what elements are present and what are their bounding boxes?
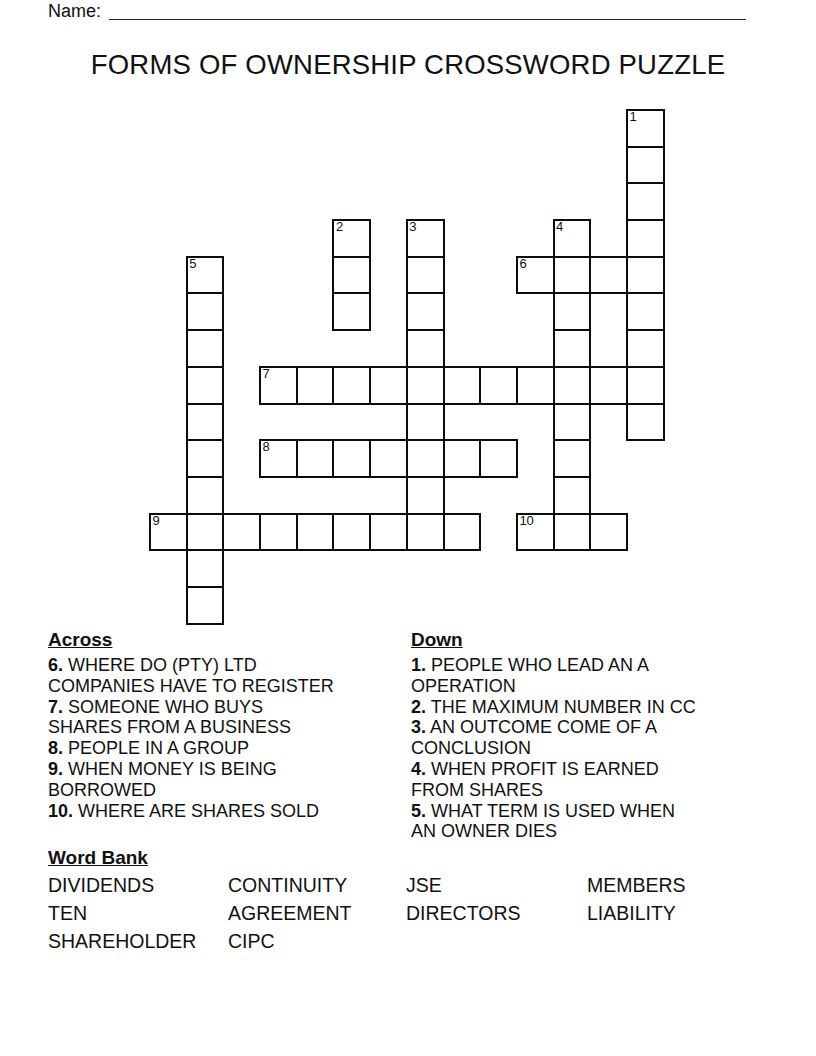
name-row: Name:: [48, 2, 746, 20]
clue-item: 3. AN OUTCOME COME OF A CONCLUSION: [411, 717, 811, 759]
grid-cell[interactable]: [627, 220, 664, 257]
crossword-grid: 12345678910: [150, 110, 664, 624]
grid-cell[interactable]: [187, 330, 224, 367]
word-bank-word: LIABILITY: [587, 904, 768, 924]
clue-item-number: 1.: [411, 655, 426, 675]
grid-cell[interactable]: [260, 514, 297, 551]
grid-cell[interactable]: [407, 257, 444, 294]
grid-cell[interactable]: [187, 293, 224, 330]
word-bank-list: DIVIDENDSCONTINUITYJSEMEMBERSTENAGREEMEN…: [48, 876, 778, 952]
down-clues-section: Down 1. PEOPLE WHO LEAD AN A OPERATION2.…: [411, 629, 811, 842]
grid-cell[interactable]: 1: [627, 110, 664, 147]
grid-cell[interactable]: [554, 440, 591, 477]
name-label: Name:: [48, 2, 101, 20]
grid-cell[interactable]: [407, 404, 444, 441]
clue-item-number: 8.: [48, 738, 63, 758]
clue-item: 7. SOMEONE WHO BUYS SHARES FROM A BUSINE…: [48, 697, 408, 739]
clue-item-number: 5.: [411, 801, 426, 821]
grid-cell[interactable]: 7: [260, 367, 297, 404]
clue-item: 10. WHERE ARE SHARES SOLD: [48, 801, 408, 822]
clue-item: 5. WHAT TERM IS USED WHEN AN OWNER DIES: [411, 801, 811, 843]
grid-cell[interactable]: [627, 404, 664, 441]
grid-cell[interactable]: [407, 477, 444, 514]
grid-cell[interactable]: [590, 514, 627, 551]
grid-cell[interactable]: [407, 367, 444, 404]
grid-cell[interactable]: [333, 514, 370, 551]
grid-cell[interactable]: [187, 550, 224, 587]
grid-cell[interactable]: [627, 257, 664, 294]
across-clues-section: Across 6. WHERE DO (PTY) LTD COMPANIES H…: [48, 629, 408, 821]
grid-cell[interactable]: [297, 367, 334, 404]
clue-item-number: 9.: [48, 759, 63, 779]
grid-cell[interactable]: [627, 330, 664, 367]
grid-cell[interactable]: [554, 367, 591, 404]
grid-cell[interactable]: [627, 293, 664, 330]
clue-item: 4. WHEN PROFIT IS EARNED FROM SHARES: [411, 759, 811, 801]
word-bank-heading: Word Bank: [48, 847, 778, 868]
grid-cell[interactable]: [407, 514, 444, 551]
across-clue-list: 6. WHERE DO (PTY) LTD COMPANIES HAVE TO …: [48, 655, 408, 821]
clue-item-number: 7.: [48, 697, 63, 717]
grid-cell[interactable]: [333, 440, 370, 477]
grid-cell[interactable]: [590, 257, 627, 294]
clue-item-number: 2.: [411, 697, 426, 717]
down-heading: Down: [411, 629, 811, 650]
clue-item: 1. PEOPLE WHO LEAD AN A OPERATION: [411, 655, 811, 697]
grid-cell[interactable]: [444, 367, 481, 404]
clue-number: 2: [336, 221, 343, 233]
grid-cell[interactable]: 8: [260, 440, 297, 477]
grid-cell[interactable]: 4: [554, 220, 591, 257]
grid-cell[interactable]: [517, 367, 554, 404]
word-bank-word: CIPC: [228, 932, 406, 952]
grid-cell[interactable]: [627, 147, 664, 184]
grid-cell[interactable]: [444, 440, 481, 477]
clue-item-number: 3.: [411, 717, 426, 737]
grid-cell[interactable]: [370, 440, 407, 477]
word-bank-word: JSE: [406, 876, 587, 896]
grid-cell[interactable]: [333, 293, 370, 330]
word-bank-word: SHAREHOLDER: [48, 932, 228, 952]
grid-cell[interactable]: [187, 404, 224, 441]
page-title: FORMS OF OWNERSHIP CROSSWORD PUZZLE: [0, 49, 816, 81]
clue-item-number: 4.: [411, 759, 426, 779]
grid-cell[interactable]: [187, 514, 224, 551]
grid-cell[interactable]: [480, 440, 517, 477]
grid-cell[interactable]: [370, 367, 407, 404]
grid-cell[interactable]: 6: [517, 257, 554, 294]
grid-cell[interactable]: [480, 367, 517, 404]
clue-number: 3: [409, 221, 416, 233]
word-bank-word: DIRECTORS: [406, 904, 587, 924]
grid-cell[interactable]: [333, 367, 370, 404]
clue-item: 8. PEOPLE IN A GROUP: [48, 738, 408, 759]
clue-number: 4: [556, 221, 563, 233]
clue-number: 6: [519, 258, 526, 270]
grid-cell[interactable]: [187, 477, 224, 514]
grid-cell[interactable]: 3: [407, 220, 444, 257]
clue-item-number: 10.: [48, 801, 73, 821]
grid-cell[interactable]: [333, 257, 370, 294]
word-bank-word: MEMBERS: [587, 876, 768, 896]
grid-cell[interactable]: [590, 367, 627, 404]
grid-cell[interactable]: 9: [150, 514, 187, 551]
grid-cell[interactable]: [223, 514, 260, 551]
word-bank-word: TEN: [48, 904, 228, 924]
grid-cell[interactable]: [554, 514, 591, 551]
grid-cell[interactable]: [407, 293, 444, 330]
grid-cell[interactable]: [627, 367, 664, 404]
grid-cell[interactable]: [444, 514, 481, 551]
grid-cell[interactable]: 5: [187, 257, 224, 294]
clue-item: 9. WHEN MONEY IS BEING BORROWED: [48, 759, 408, 801]
word-bank-word: DIVIDENDS: [48, 876, 228, 896]
worksheet-page: Name: FORMS OF OWNERSHIP CROSSWORD PUZZL…: [0, 0, 816, 1056]
grid-cell[interactable]: [627, 183, 664, 220]
down-clue-list: 1. PEOPLE WHO LEAD AN A OPERATION2. THE …: [411, 655, 811, 842]
clue-number: 1: [629, 111, 636, 123]
grid-cell[interactable]: [554, 404, 591, 441]
grid-cell[interactable]: [187, 587, 224, 624]
name-fill-line[interactable]: [109, 3, 746, 20]
grid-cell[interactable]: [407, 330, 444, 367]
grid-cell[interactable]: [407, 440, 444, 477]
grid-cell[interactable]: [187, 440, 224, 477]
grid-cell[interactable]: 10: [517, 514, 554, 551]
grid-cell[interactable]: [554, 257, 591, 294]
word-bank-section: Word Bank DIVIDENDSCONTINUITYJSEMEMBERST…: [48, 847, 778, 952]
grid-cell[interactable]: [297, 514, 334, 551]
clue-number: 5: [189, 258, 196, 270]
grid-cell[interactable]: [370, 514, 407, 551]
grid-cell[interactable]: [554, 293, 591, 330]
clue-item-number: 6.: [48, 655, 63, 675]
clue-number: 10: [519, 515, 533, 527]
grid-cell[interactable]: [554, 330, 591, 367]
clue-item: 2. THE MAXIMUM NUMBER IN CC: [411, 697, 811, 718]
word-bank-word: CONTINUITY: [228, 876, 406, 896]
clue-number: 8: [263, 441, 270, 453]
word-bank-word: AGREEMENT: [228, 904, 406, 924]
grid-cell[interactable]: [554, 477, 591, 514]
clue-item: 6. WHERE DO (PTY) LTD COMPANIES HAVE TO …: [48, 655, 408, 697]
grid-cell[interactable]: 2: [333, 220, 370, 257]
grid-cell[interactable]: [297, 440, 334, 477]
across-heading: Across: [48, 629, 408, 650]
grid-cell[interactable]: [187, 367, 224, 404]
clue-number: 7: [263, 368, 270, 380]
clue-number: 9: [153, 515, 160, 527]
